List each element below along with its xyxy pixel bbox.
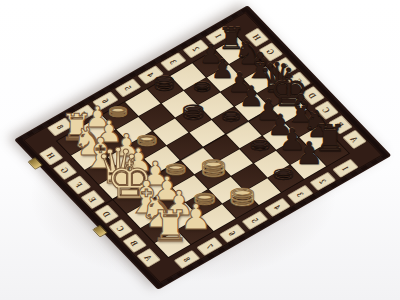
dark-draughts-man-A3[interactable]: ⛂ — [273, 163, 294, 184]
stack-of-two-dark-draughts-men-H4[interactable]: ⛃ — [154, 74, 175, 95]
dark-draughts-man-C3[interactable]: ⛂ — [250, 134, 270, 154]
pieces-layer: ♜♟⛃⛂♟♜♞♟⛂♟♞♝♟⛃⛂♟♝♚♟⛂♟♚♛♟⛂♟♛♝♟⛂⛃♟♝♞♟⛂♟♞♜♟… — [0, 0, 400, 300]
dark-draughts-man-E3[interactable]: ⛂ — [221, 106, 240, 125]
stack-of-two-light-draughts-men-C5[interactable]: ⛃ — [201, 157, 225, 181]
black-pawn-A2[interactable]: ♟ — [295, 138, 323, 169]
stack-of-two-light-draughts-men-A5[interactable]: ⛃ — [230, 186, 255, 211]
white-rook-A8[interactable]: ♜ — [151, 205, 190, 248]
dark-draughts-man-G3[interactable]: ⛂ — [193, 78, 211, 95]
chess-set-photo: 88AA77BB66CC55DD44EE33FF22GG11HH ♜♟⛃⛂♟♜♞… — [0, 0, 400, 300]
stack-of-two-dark-draughts-men-F4[interactable]: ⛃ — [182, 102, 204, 123]
